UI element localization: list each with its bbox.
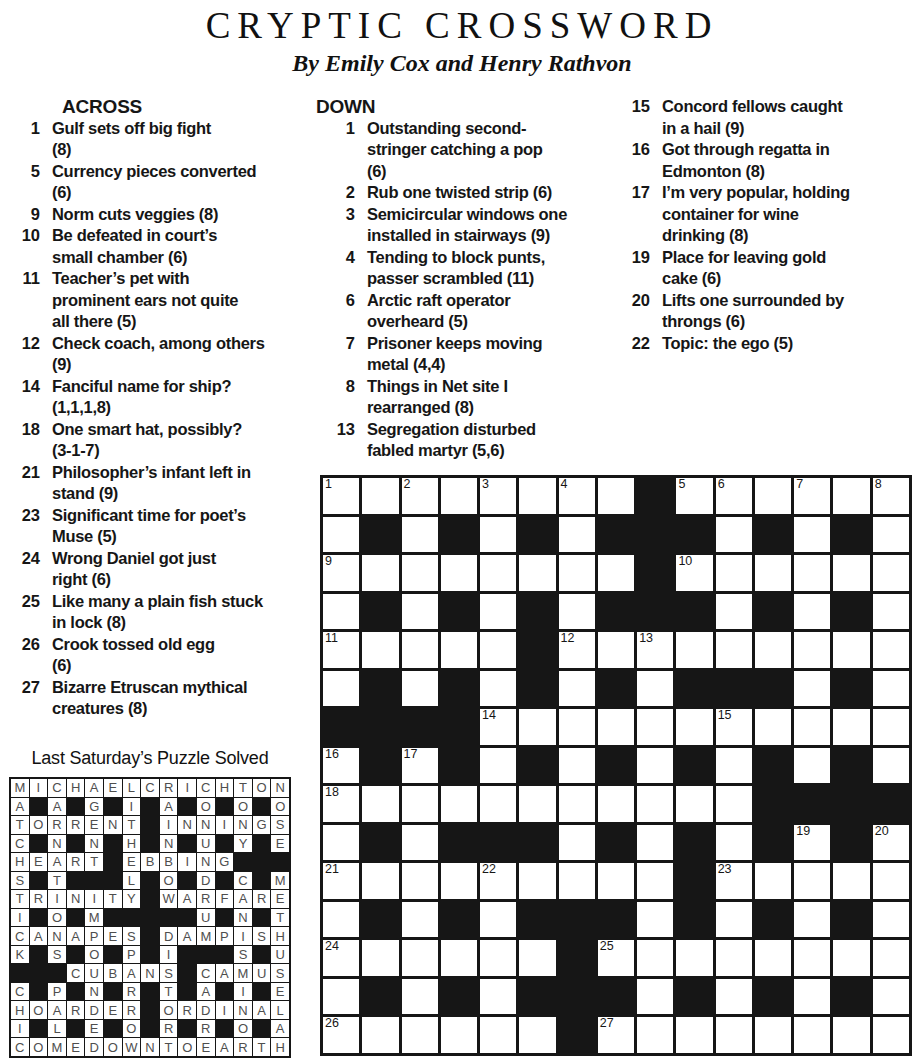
grid-cell-r15c4[interactable] bbox=[441, 1017, 477, 1053]
solved-cell-r8c6 bbox=[104, 909, 122, 927]
clue-number: 3 bbox=[316, 204, 355, 226]
grid-cell-r14c3[interactable] bbox=[402, 979, 438, 1015]
grid-cell-r15c15[interactable] bbox=[873, 1017, 909, 1053]
solved-cell-r12c13: I bbox=[234, 983, 252, 1001]
grid-cell-r4c7[interactable] bbox=[559, 594, 595, 630]
solved-cell-r1c14: O bbox=[253, 779, 271, 797]
solved-cell-r13c13: N bbox=[234, 1001, 252, 1019]
grid-cell-r5c2[interactable] bbox=[362, 632, 398, 668]
solved-cell-r4c4 bbox=[67, 835, 85, 853]
solved-cell-r3c10: N bbox=[178, 816, 196, 834]
grid-cell-r6c3[interactable] bbox=[402, 671, 438, 707]
solved-cell-r5c2: E bbox=[30, 853, 48, 871]
grid-cell-r10c1[interactable] bbox=[323, 825, 359, 861]
solved-cell-r14c15: A bbox=[271, 1020, 289, 1038]
solved-cell-r9c13: I bbox=[234, 927, 252, 945]
grid-cell-r11c9[interactable] bbox=[637, 863, 673, 899]
solved-cell-r11c13: M bbox=[234, 964, 252, 982]
grid-cell-r7c13[interactable] bbox=[794, 709, 830, 745]
solved-cell-r4c15: E bbox=[271, 835, 289, 853]
grid-cell-r15c6[interactable] bbox=[519, 1017, 555, 1053]
grid-cell-r15c3[interactable] bbox=[402, 1017, 438, 1053]
clue-text: Outstanding second- stringer catching a … bbox=[367, 118, 543, 183]
grid-cell-r9c4[interactable] bbox=[441, 786, 477, 822]
grid-cell-r4c1[interactable] bbox=[323, 594, 359, 630]
grid-cell-r11c1[interactable]: 21 bbox=[323, 863, 359, 899]
grid-cell-r7c9[interactable] bbox=[637, 709, 673, 745]
grid-cell-r11c2[interactable] bbox=[362, 863, 398, 899]
grid-cell-r8c11[interactable] bbox=[716, 748, 752, 784]
grid-cell-r15c8[interactable]: 27 bbox=[598, 1017, 634, 1053]
clue-down-22: 22Topic: the ego (5) bbox=[622, 333, 918, 355]
grid-cell-r1c14[interactable] bbox=[833, 478, 869, 514]
grid-cell-r3c14[interactable] bbox=[833, 555, 869, 591]
grid-cell-r13c4[interactable] bbox=[441, 940, 477, 976]
grid-cell-r15c11[interactable] bbox=[716, 1017, 752, 1053]
grid-cell-r1c8[interactable] bbox=[598, 478, 634, 514]
grid-cell-r3c2[interactable] bbox=[362, 555, 398, 591]
grid-cell-r15c9[interactable] bbox=[637, 1017, 673, 1053]
cell-clue-number: 11 bbox=[325, 631, 338, 645]
grid-cell-r13c11[interactable] bbox=[716, 940, 752, 976]
grid-cell-r6c13[interactable] bbox=[794, 671, 830, 707]
solved-cell-r11c1 bbox=[11, 964, 29, 982]
grid-cell-r15c1[interactable]: 26 bbox=[323, 1017, 359, 1053]
clue-number: 24 bbox=[12, 548, 40, 570]
grid-cell-r2c5[interactable] bbox=[480, 517, 516, 553]
grid-cell-r6c5[interactable] bbox=[480, 671, 516, 707]
solved-cell-r6c2 bbox=[30, 872, 48, 890]
solved-cell-r6c5 bbox=[85, 872, 103, 890]
grid-cell-r11c7[interactable] bbox=[559, 863, 595, 899]
grid-cell-r8c12 bbox=[755, 748, 791, 784]
grid-cell-r3c4[interactable] bbox=[441, 555, 477, 591]
grid-cell-r7c12[interactable] bbox=[755, 709, 791, 745]
clue-down-20: 20Lifts one surrounded by throngs (6) bbox=[622, 290, 918, 333]
grid-cell-r8c7[interactable] bbox=[559, 748, 595, 784]
grid-cell-r14c1[interactable] bbox=[323, 979, 359, 1015]
solved-cell-r10c3: S bbox=[48, 946, 66, 964]
grid-cell-r5c9[interactable]: 13 bbox=[637, 632, 673, 668]
solved-cell-r11c9: S bbox=[160, 964, 178, 982]
solved-cell-r3c2: O bbox=[30, 816, 48, 834]
grid-cell-r5c3[interactable] bbox=[402, 632, 438, 668]
clue-text: Got through regatta in Edmonton (8) bbox=[662, 139, 830, 182]
grid-cell-r8c15[interactable] bbox=[873, 748, 909, 784]
grid-cell-r9c3[interactable] bbox=[402, 786, 438, 822]
grid-cell-r7c6[interactable] bbox=[519, 709, 555, 745]
grid-cell-r2c10 bbox=[676, 517, 712, 553]
grid-cell-r8c3[interactable]: 17 bbox=[402, 748, 438, 784]
solved-cell-r2c11: O bbox=[197, 798, 215, 816]
grid-cell-r6c15[interactable] bbox=[873, 671, 909, 707]
grid-cell-r5c12[interactable] bbox=[755, 632, 791, 668]
grid-cell-r7c5[interactable]: 14 bbox=[480, 709, 516, 745]
solved-cell-r12c15: E bbox=[271, 983, 289, 1001]
cell-clue-number: 24 bbox=[325, 939, 339, 953]
clue-number: 6 bbox=[316, 290, 355, 312]
grid-cell-r3c7[interactable] bbox=[559, 555, 595, 591]
solved-cell-r3c1: T bbox=[11, 816, 29, 834]
solved-cell-r4c1: C bbox=[11, 835, 29, 853]
grid-cell-r9c13 bbox=[794, 786, 830, 822]
grid-cell-r1c7[interactable]: 4 bbox=[559, 478, 595, 514]
grid-cell-r6c1[interactable] bbox=[323, 671, 359, 707]
grid-cell-r9c1[interactable]: 18 bbox=[323, 786, 359, 822]
grid-cell-r2c7[interactable] bbox=[559, 517, 595, 553]
grid-cell-r13c10[interactable] bbox=[676, 940, 712, 976]
solved-cell-r13c10: R bbox=[178, 1001, 196, 1019]
cell-clue-number: 3 bbox=[482, 477, 489, 491]
grid-cell-r5c14[interactable] bbox=[833, 632, 869, 668]
clue-number: 1 bbox=[12, 118, 40, 140]
grid-cell-r1c2[interactable] bbox=[362, 478, 398, 514]
grid-cell-r9c15 bbox=[873, 786, 909, 822]
solved-cell-r15c15: H bbox=[271, 1038, 289, 1056]
solved-cell-r1c9: R bbox=[160, 779, 178, 797]
solved-cell-r1c13: T bbox=[234, 779, 252, 797]
grid-cell-r13c8[interactable]: 25 bbox=[598, 940, 634, 976]
grid-cell-r15c13[interactable] bbox=[794, 1017, 830, 1053]
solved-cell-r12c3: P bbox=[48, 983, 66, 1001]
grid-cell-r11c15[interactable] bbox=[873, 863, 909, 899]
grid-cell-r6c11 bbox=[716, 671, 752, 707]
grid-cell-r12c3[interactable] bbox=[402, 902, 438, 938]
grid-cell-r7c10[interactable] bbox=[676, 709, 712, 745]
solved-cell-r12c4 bbox=[67, 983, 85, 1001]
grid-cell-r3c12[interactable] bbox=[755, 555, 791, 591]
clue-down-6: 6Arctic raft operator overheard (5) bbox=[316, 290, 608, 333]
solved-cell-r2c14 bbox=[253, 798, 271, 816]
grid-cell-r10c8 bbox=[598, 825, 634, 861]
grid-cell-r13c15[interactable] bbox=[873, 940, 909, 976]
grid-cell-r14c11[interactable] bbox=[716, 979, 752, 1015]
grid-cell-r1c5[interactable]: 3 bbox=[480, 478, 516, 514]
grid-cell-r10c11[interactable] bbox=[716, 825, 752, 861]
grid-cell-r15c7 bbox=[559, 1017, 595, 1053]
cell-clue-number: 21 bbox=[325, 862, 339, 876]
grid-cell-r3c13[interactable] bbox=[794, 555, 830, 591]
grid-cell-r9c6[interactable] bbox=[519, 786, 555, 822]
solved-cell-r6c15: M bbox=[271, 872, 289, 890]
grid-cell-r13c14[interactable] bbox=[833, 940, 869, 976]
solved-cell-r9c11: M bbox=[197, 927, 215, 945]
grid-cell-r5c1[interactable]: 11 bbox=[323, 632, 359, 668]
clue-across-27: 27Bizarre Etruscan mythical creatures (8… bbox=[12, 677, 298, 720]
solved-cell-r2c10 bbox=[178, 798, 196, 816]
clue-text: Concord fellows caught in a hail (9) bbox=[662, 96, 842, 139]
grid-cell-r2c6 bbox=[519, 517, 555, 553]
cell-clue-number: 9 bbox=[325, 554, 332, 568]
grid-cell-r15c2[interactable] bbox=[362, 1017, 398, 1053]
clue-down-19: 19Place for leaving gold cake (6) bbox=[622, 247, 918, 290]
grid-cell-r15c14[interactable] bbox=[833, 1017, 869, 1053]
clue-across-10: 10Be defeated in court’s small chamber (… bbox=[12, 225, 298, 268]
clue-number: 8 bbox=[316, 376, 355, 398]
grid-cell-r1c9 bbox=[637, 478, 673, 514]
grid-cell-r7c7[interactable] bbox=[559, 709, 595, 745]
grid-cell-r3c5[interactable] bbox=[480, 555, 516, 591]
solved-cell-r10c5: O bbox=[85, 946, 103, 964]
solved-cell-r13c5: D bbox=[85, 1001, 103, 1019]
solved-cell-r15c7: W bbox=[123, 1038, 141, 1056]
grid-cell-r8c5[interactable] bbox=[480, 748, 516, 784]
grid-cell-r10c15[interactable]: 20 bbox=[873, 825, 909, 861]
grid-cell-r11c13[interactable] bbox=[794, 863, 830, 899]
grid-cell-r12c9[interactable] bbox=[637, 902, 673, 938]
grid-cell-r12c15[interactable] bbox=[873, 902, 909, 938]
grid-cell-r13c2[interactable] bbox=[362, 940, 398, 976]
down-clue-column-1: DOWN 1Outstanding second- stringer catch… bbox=[316, 96, 608, 462]
grid-cell-r15c10[interactable] bbox=[676, 1017, 712, 1053]
grid-cell-r4c5[interactable] bbox=[480, 594, 516, 630]
solved-cell-r11c6: B bbox=[104, 964, 122, 982]
grid-cell-r12c13[interactable] bbox=[794, 902, 830, 938]
grid-cell-r3c15[interactable] bbox=[873, 555, 909, 591]
grid-cell-r6c14 bbox=[833, 671, 869, 707]
solved-cell-r9c6: E bbox=[104, 927, 122, 945]
grid-cell-r11c6[interactable] bbox=[519, 863, 555, 899]
grid-cell-r7c4 bbox=[441, 709, 477, 745]
grid-cell-r11c11[interactable]: 23 bbox=[716, 863, 752, 899]
grid-cell-r1c3[interactable]: 2 bbox=[402, 478, 438, 514]
grid-cell-r2c13[interactable] bbox=[794, 517, 830, 553]
grid-cell-r15c5[interactable] bbox=[480, 1017, 516, 1053]
grid-cell-r9c2[interactable] bbox=[362, 786, 398, 822]
grid-cell-r7c15[interactable] bbox=[873, 709, 909, 745]
cell-clue-number: 26 bbox=[325, 1016, 339, 1030]
grid-cell-r10c7[interactable] bbox=[559, 825, 595, 861]
solved-cell-r9c4: A bbox=[67, 927, 85, 945]
clue-across-11: 11Teacher’s pet with prominent ears not … bbox=[12, 268, 298, 333]
grid-cell-r1c12[interactable] bbox=[755, 478, 791, 514]
grid-cell-r13c6[interactable] bbox=[519, 940, 555, 976]
grid-cell-r3c8[interactable] bbox=[598, 555, 634, 591]
grid-cell-r14c9[interactable] bbox=[637, 979, 673, 1015]
clue-across-9: 9Norm cuts veggies (8) bbox=[12, 204, 298, 226]
solved-cell-r4c5: N bbox=[85, 835, 103, 853]
grid-cell-r5c13[interactable] bbox=[794, 632, 830, 668]
cell-clue-number: 16 bbox=[325, 747, 339, 761]
grid-cell-r2c11[interactable] bbox=[716, 517, 752, 553]
clue-text: I’m very popular, holding container for … bbox=[662, 182, 850, 247]
solved-cell-r10c11 bbox=[197, 946, 215, 964]
grid-cell-r7c8[interactable] bbox=[598, 709, 634, 745]
cell-clue-number: 15 bbox=[718, 708, 732, 722]
grid-cell-r8c13[interactable] bbox=[794, 748, 830, 784]
grid-cell-r12c1[interactable] bbox=[323, 902, 359, 938]
grid-cell-r10c9[interactable] bbox=[637, 825, 673, 861]
solved-cell-r12c11: A bbox=[197, 983, 215, 1001]
grid-cell-r10c12 bbox=[755, 825, 791, 861]
clue-text: Place for leaving gold cake (6) bbox=[662, 247, 826, 290]
grid-cell-r2c15[interactable] bbox=[873, 517, 909, 553]
grid-cell-r5c11[interactable] bbox=[716, 632, 752, 668]
grid-cell-r3c11[interactable] bbox=[716, 555, 752, 591]
grid-cell-r5c7[interactable]: 12 bbox=[559, 632, 595, 668]
grid-cell-r12c14 bbox=[833, 902, 869, 938]
solved-cell-r2c6 bbox=[104, 798, 122, 816]
grid-cell-r4c15[interactable] bbox=[873, 594, 909, 630]
grid-cell-r3c1[interactable]: 9 bbox=[323, 555, 359, 591]
grid-cell-r11c12[interactable] bbox=[755, 863, 791, 899]
cell-clue-number: 5 bbox=[678, 477, 685, 491]
grid-cell-r11c14[interactable] bbox=[833, 863, 869, 899]
grid-cell-r13c5[interactable] bbox=[480, 940, 516, 976]
grid-cell-r3c6[interactable] bbox=[519, 555, 555, 591]
solved-cell-r2c15: O bbox=[271, 798, 289, 816]
grid-cell-r11c3[interactable] bbox=[402, 863, 438, 899]
grid-cell-r14c5[interactable] bbox=[480, 979, 516, 1015]
solved-cell-r2c12 bbox=[216, 798, 234, 816]
grid-cell-r2c8 bbox=[598, 517, 634, 553]
solved-cell-r5c1: H bbox=[11, 853, 29, 871]
grid-cell-r9c10[interactable] bbox=[676, 786, 712, 822]
grid-cell-r1c6[interactable] bbox=[519, 478, 555, 514]
solved-cell-r10c6 bbox=[104, 946, 122, 964]
grid-cell-r9c11[interactable] bbox=[716, 786, 752, 822]
grid-cell-r5c8[interactable] bbox=[598, 632, 634, 668]
grid-cell-r11c8[interactable] bbox=[598, 863, 634, 899]
clue-text: Things in Net site I rearranged (8) bbox=[367, 376, 508, 419]
grid-cell-r12c5[interactable] bbox=[480, 902, 516, 938]
grid-cell-r7c11[interactable]: 15 bbox=[716, 709, 752, 745]
grid-cell-r2c12 bbox=[755, 517, 791, 553]
solved-cell-r9c2: A bbox=[30, 927, 48, 945]
solved-cell-r14c2 bbox=[30, 1020, 48, 1038]
solved-cell-r9c7: S bbox=[123, 927, 141, 945]
clue-text: Bizarre Etruscan mythical creatures (8) bbox=[52, 677, 247, 720]
solved-cell-r5c9: B bbox=[160, 853, 178, 871]
clue-text: Check coach, among others (9) bbox=[52, 333, 265, 376]
solved-cell-r3c4: R bbox=[67, 816, 85, 834]
cell-clue-number: 8 bbox=[875, 477, 882, 491]
grid-cell-r14c15[interactable] bbox=[873, 979, 909, 1015]
cell-clue-number: 20 bbox=[875, 824, 889, 838]
clue-across-12: 12Check coach, among others (9) bbox=[12, 333, 298, 376]
solved-cell-r8c9 bbox=[160, 909, 178, 927]
clue-text: Segregation disturbed fabled martyr (5,6… bbox=[367, 419, 536, 462]
grid-cell-r13c13[interactable] bbox=[794, 940, 830, 976]
grid-cell-r10c3[interactable] bbox=[402, 825, 438, 861]
grid-cell-r13c1[interactable]: 24 bbox=[323, 940, 359, 976]
grid-cell-r1c13[interactable]: 7 bbox=[794, 478, 830, 514]
clue-across-23: 23Significant time for poet’s Muse (5) bbox=[12, 505, 298, 548]
grid-cell-r14c10 bbox=[676, 979, 712, 1015]
solved-cell-r8c15: T bbox=[271, 909, 289, 927]
solved-cell-r7c4: N bbox=[67, 890, 85, 908]
solved-cell-r12c5: N bbox=[85, 983, 103, 1001]
solved-cell-r7c7: Y bbox=[123, 890, 141, 908]
clue-number: 12 bbox=[12, 333, 40, 355]
solved-cell-r2c4 bbox=[67, 798, 85, 816]
grid-cell-r10c5 bbox=[480, 825, 516, 861]
clue-down-2: 2Rub one twisted strip (6) bbox=[316, 182, 608, 204]
solved-cell-r11c12: A bbox=[216, 964, 234, 982]
solved-cell-r13c3: A bbox=[48, 1001, 66, 1019]
solved-cell-r13c6: E bbox=[104, 1001, 122, 1019]
grid-cell-r12c11[interactable] bbox=[716, 902, 752, 938]
grid-cell-r3c3[interactable] bbox=[402, 555, 438, 591]
clue-text: Gulf sets off big fight (8) bbox=[52, 118, 211, 161]
grid-cell-r4c13[interactable] bbox=[794, 594, 830, 630]
grid-cell-r14c8 bbox=[598, 979, 634, 1015]
grid-cell-r13c9[interactable] bbox=[637, 940, 673, 976]
solved-cell-r4c9: N bbox=[160, 835, 178, 853]
grid-cell-r9c9[interactable] bbox=[637, 786, 673, 822]
grid-cell-r9c7[interactable] bbox=[559, 786, 595, 822]
solved-cell-r12c14 bbox=[253, 983, 271, 1001]
grid-cell-r4c11[interactable] bbox=[716, 594, 752, 630]
grid-cell-r6c9[interactable] bbox=[637, 671, 673, 707]
clue-down-3: 3Semicircular windows one installed in s… bbox=[316, 204, 608, 247]
grid-cell-r2c3[interactable] bbox=[402, 517, 438, 553]
grid-cell-r11c10 bbox=[676, 863, 712, 899]
grid-cell-r5c4[interactable] bbox=[441, 632, 477, 668]
solved-cell-r4c12 bbox=[216, 835, 234, 853]
grid-cell-r15c12[interactable] bbox=[755, 1017, 791, 1053]
grid-cell-r11c5[interactable]: 22 bbox=[480, 863, 516, 899]
clue-number: 7 bbox=[316, 333, 355, 355]
solved-cell-r3c8 bbox=[141, 816, 159, 834]
grid-cell-r7c14[interactable] bbox=[833, 709, 869, 745]
grid-cell-r9c5[interactable] bbox=[480, 786, 516, 822]
clue-number: 17 bbox=[622, 182, 650, 204]
grid-cell-r4c4 bbox=[441, 594, 477, 630]
solved-cell-r14c11: R bbox=[197, 1020, 215, 1038]
grid-cell-r8c1[interactable]: 16 bbox=[323, 748, 359, 784]
grid-cell-r3c10[interactable]: 10 bbox=[676, 555, 712, 591]
grid-cell-r5c15[interactable] bbox=[873, 632, 909, 668]
grid-cell-r4c3[interactable] bbox=[402, 594, 438, 630]
grid-cell-r9c14 bbox=[833, 786, 869, 822]
grid-cell-r2c1[interactable] bbox=[323, 517, 359, 553]
solved-cell-r15c4: E bbox=[67, 1038, 85, 1056]
grid-cell-r13c3[interactable] bbox=[402, 940, 438, 976]
grid-cell-r1c11[interactable]: 6 bbox=[716, 478, 752, 514]
grid-cell-r12c12 bbox=[755, 902, 791, 938]
grid-cell-r8c9[interactable] bbox=[637, 748, 673, 784]
grid-cell-r1c10[interactable]: 5 bbox=[676, 478, 712, 514]
grid-cell-r5c5[interactable] bbox=[480, 632, 516, 668]
grid-cell-r11c4[interactable] bbox=[441, 863, 477, 899]
solved-cell-r11c14: U bbox=[253, 964, 271, 982]
grid-cell-r1c4[interactable] bbox=[441, 478, 477, 514]
solved-cell-r4c8 bbox=[141, 835, 159, 853]
solved-cell-r13c8 bbox=[141, 1001, 159, 1019]
grid-cell-r10c13[interactable]: 19 bbox=[794, 825, 830, 861]
grid-cell-r13c12[interactable] bbox=[755, 940, 791, 976]
solved-cell-r13c12: I bbox=[216, 1001, 234, 1019]
solved-cell-r4c14 bbox=[253, 835, 271, 853]
solved-cell-r9c9: D bbox=[160, 927, 178, 945]
solved-cell-r3c15: S bbox=[271, 816, 289, 834]
solved-cell-r7c10: A bbox=[178, 890, 196, 908]
clue-across-5: 5Currency pieces converted (6) bbox=[12, 161, 298, 204]
solved-cell-r1c6: E bbox=[104, 779, 122, 797]
grid-cell-r14c13[interactable] bbox=[794, 979, 830, 1015]
grid-cell-r1c1[interactable]: 1 bbox=[323, 478, 359, 514]
grid-cell-r14c12 bbox=[755, 979, 791, 1015]
grid-cell-r6c10 bbox=[676, 671, 712, 707]
clue-text: Be defeated in court’s small chamber (6) bbox=[52, 225, 217, 268]
solved-cell-r5c8: B bbox=[141, 853, 159, 871]
grid-cell-r5c10[interactable] bbox=[676, 632, 712, 668]
solved-cell-r10c14 bbox=[253, 946, 271, 964]
grid-cell-r1c15[interactable]: 8 bbox=[873, 478, 909, 514]
grid-cell-r9c8[interactable] bbox=[598, 786, 634, 822]
grid-cell-r6c7[interactable] bbox=[559, 671, 595, 707]
